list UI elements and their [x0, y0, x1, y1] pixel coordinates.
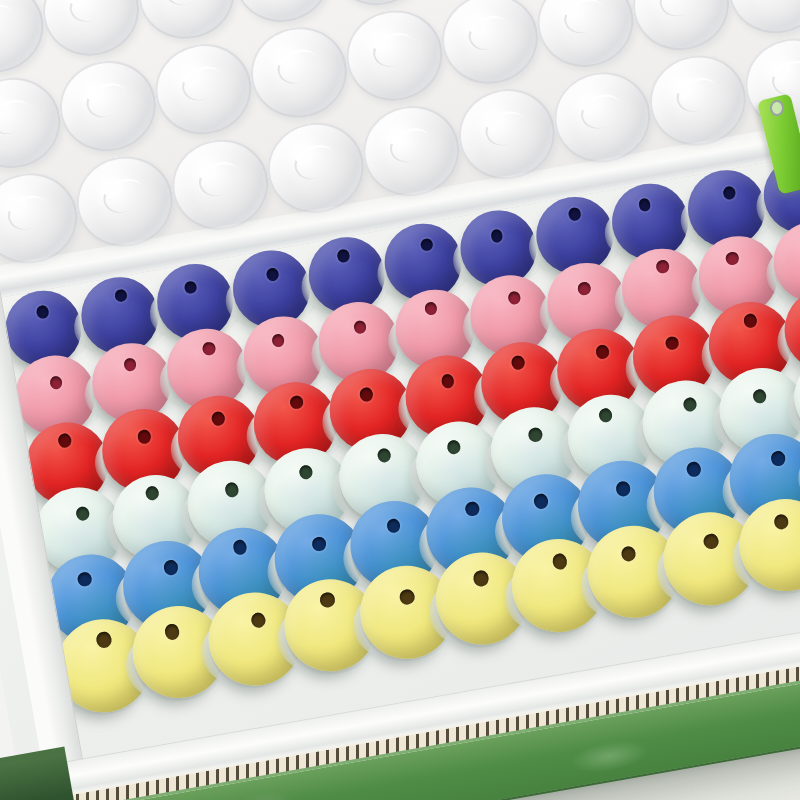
- clear-dome-bubble: [322, 0, 432, 13]
- clear-dome-bubble: [131, 0, 241, 46]
- bead-hole: [511, 355, 526, 371]
- clear-dome-bubble: [0, 70, 67, 176]
- bead-hole: [399, 588, 416, 606]
- bead-hole: [202, 341, 216, 356]
- bead-hole: [164, 623, 181, 640]
- bead-hole: [725, 251, 739, 266]
- bead-box: [0, 0, 800, 800]
- scene: [0, 0, 800, 800]
- bead-hole: [440, 374, 455, 390]
- bead-hole: [353, 320, 367, 335]
- bead-hole: [473, 570, 490, 587]
- metal-hook: [770, 100, 784, 116]
- bead-hole: [703, 533, 720, 551]
- clear-dome-bubble: [53, 53, 163, 159]
- bead-hole: [722, 186, 736, 201]
- bead-hole: [665, 335, 680, 351]
- bead-hole: [271, 333, 285, 348]
- clear-dome-bubble: [435, 0, 545, 91]
- clear-dome-bubble: [148, 36, 258, 142]
- bead-hole: [577, 281, 591, 296]
- bead-hole: [773, 513, 790, 530]
- clear-dome-bubble: [244, 20, 354, 126]
- bead-hole: [336, 249, 350, 263]
- bead-hole: [211, 411, 226, 427]
- clear-dome-bubble: [339, 3, 449, 109]
- bead-hole: [743, 313, 758, 329]
- bead-hole: [638, 198, 652, 212]
- bead-hole: [95, 631, 112, 649]
- bead-hole: [568, 207, 582, 222]
- bead-hole: [114, 288, 128, 303]
- bead-hole: [424, 301, 438, 316]
- bead-hole: [57, 433, 72, 449]
- bead-hole: [490, 229, 504, 243]
- bead-hole: [420, 238, 434, 253]
- bead-hole: [620, 546, 637, 563]
- bead-hole: [319, 591, 336, 608]
- clear-dome-bubble: [721, 0, 800, 41]
- bead-hole: [250, 611, 267, 629]
- bead-hole: [359, 387, 374, 403]
- bead-hole: [136, 429, 151, 445]
- clear-dome-bubble: [227, 0, 337, 30]
- clear-dome-bubble: [530, 0, 640, 75]
- bead-hole: [595, 344, 610, 360]
- bead-hole: [289, 394, 304, 410]
- bead-hole: [123, 357, 137, 372]
- bead-hole: [656, 259, 670, 274]
- bead-hole: [265, 267, 279, 282]
- bead-hole: [184, 280, 198, 294]
- bead-hole: [49, 375, 63, 390]
- clear-dome-bubble: [626, 0, 736, 58]
- bead-hole: [36, 305, 50, 319]
- bead-hole: [507, 290, 521, 305]
- bead-hole: [552, 553, 569, 571]
- clear-dome-bubble: [36, 0, 146, 63]
